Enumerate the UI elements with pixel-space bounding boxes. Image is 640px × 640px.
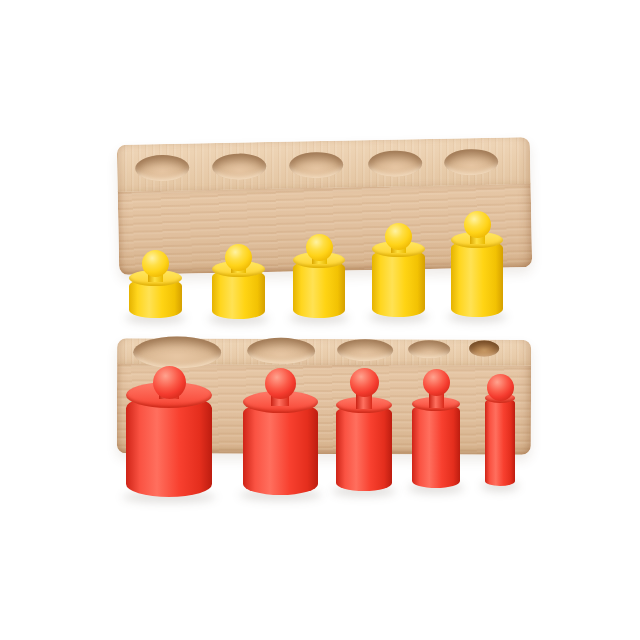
- lower-wood-block-socket-hole-5: [469, 341, 499, 357]
- yellow-cylinder-4-knob-ball: [385, 223, 412, 250]
- upper-wood-block-socket-hole-4: [368, 150, 422, 177]
- yellow-cylinder-2-knob-ball: [225, 244, 252, 271]
- lower-wood-block-socket-hole-1: [133, 336, 221, 368]
- yellow-cylinder-5-body: [451, 240, 503, 317]
- upper-wood-block-socket-hole-2: [212, 153, 266, 180]
- yellow-cylinder-3-knob-ball: [306, 234, 333, 261]
- upper-wood-block-socket-hole-3: [289, 152, 343, 179]
- red-cylinder-2-knob-ball: [265, 368, 296, 399]
- red-cylinder-3-knob-ball: [350, 368, 379, 397]
- red-cylinder-1-body: [126, 395, 212, 497]
- red-cylinder-5-body: [485, 398, 515, 486]
- yellow-cylinder-3-body: [293, 260, 345, 318]
- lower-wood-block-top-face: [117, 338, 531, 365]
- lower-wood-block-socket-hole-4: [408, 340, 450, 358]
- product-photo-stage: [0, 0, 640, 640]
- red-cylinder-4-knob-ball: [423, 369, 450, 396]
- red-cylinder-2-body: [243, 402, 318, 495]
- red-cylinder-5-knob-ball: [487, 374, 514, 401]
- red-cylinder-4-body: [412, 404, 460, 488]
- red-cylinder-3-body: [336, 405, 392, 491]
- red-cylinder-1-knob-ball: [153, 366, 186, 399]
- yellow-cylinder-1-knob-ball: [142, 250, 169, 277]
- upper-wood-block-socket-hole-5: [444, 149, 498, 176]
- upper-wood-block-socket-hole-1: [135, 155, 189, 182]
- upper-wood-block-top-face: [117, 137, 531, 192]
- yellow-cylinder-5-knob-ball: [464, 211, 491, 238]
- lower-wood-block-socket-hole-3: [337, 339, 393, 361]
- yellow-cylinder-4-body: [372, 249, 425, 317]
- lower-wood-block-socket-hole-2: [247, 338, 315, 364]
